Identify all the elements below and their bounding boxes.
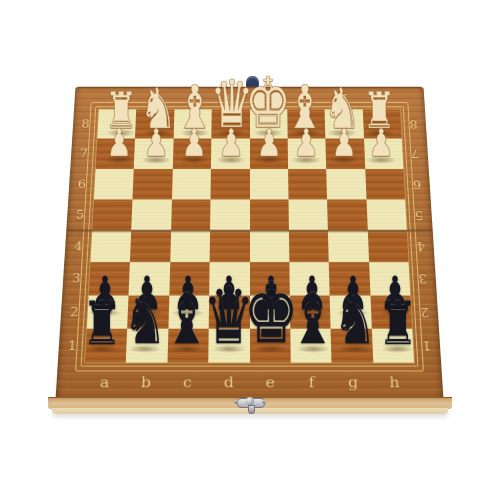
black-knight-b1[interactable]: ♞ <box>123 288 167 354</box>
black-rook-h1[interactable]: ♜ <box>378 293 418 353</box>
white-pawn-f7[interactable]: ♟ <box>294 123 319 161</box>
white-pawn-d7[interactable]: ♟ <box>219 123 244 161</box>
black-rook-a1[interactable]: ♜ <box>82 293 122 353</box>
black-knight-g1[interactable]: ♞ <box>334 288 378 354</box>
white-pawn-b7[interactable]: ♟ <box>143 123 168 161</box>
white-pawn-a7[interactable]: ♟ <box>106 123 131 161</box>
white-pawn-g7[interactable]: ♟ <box>331 123 356 161</box>
chess-set-photo: 87654321 87654321 abcdefgh hgfedcba ♜♞♝♛… <box>0 0 500 500</box>
black-bishop-f1[interactable]: ♝ <box>290 284 336 354</box>
white-pawn-h7[interactable]: ♟ <box>369 123 394 161</box>
white-pawn-c7[interactable]: ♟ <box>181 123 206 161</box>
white-pawn-e7[interactable]: ♟ <box>256 123 281 161</box>
pieces-layer: ♜♞♝♛♚♝♞♜♟♟♟♟♟♟♟♟♟♟♟♟♟♟♟♟♜♞♝♛♚♝♞♜ <box>0 0 500 500</box>
